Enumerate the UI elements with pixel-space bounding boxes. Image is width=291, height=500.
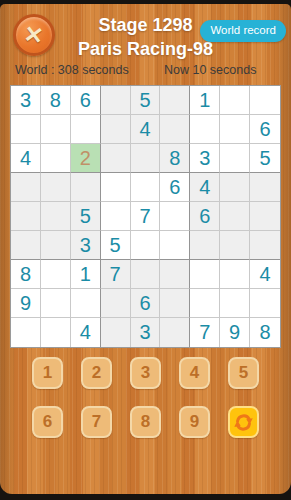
sudoku-cell-r2c2[interactable] bbox=[41, 115, 71, 144]
sudoku-cell-r3c7[interactable]: 3 bbox=[190, 144, 220, 173]
sudoku-board: 386514642835645763581749643798 bbox=[10, 85, 281, 348]
keypad-button-2[interactable]: 2 bbox=[81, 357, 112, 389]
sudoku-cell-r2c7[interactable] bbox=[190, 115, 220, 144]
sudoku-cell-r5c5[interactable]: 7 bbox=[131, 202, 161, 231]
sudoku-cell-r1c3[interactable]: 6 bbox=[71, 86, 101, 115]
sudoku-cell-r9c2[interactable] bbox=[41, 318, 71, 347]
sudoku-cell-r6c9[interactable] bbox=[250, 231, 280, 260]
refresh-button[interactable] bbox=[228, 406, 259, 438]
sudoku-cell-r6c1[interactable] bbox=[11, 231, 41, 260]
sudoku-cell-r8c9[interactable] bbox=[250, 289, 280, 318]
sudoku-cell-r8c2[interactable] bbox=[41, 289, 71, 318]
refresh-icon bbox=[233, 412, 254, 433]
sudoku-cell-r4c2[interactable] bbox=[41, 173, 71, 202]
sudoku-cell-r2c5[interactable]: 4 bbox=[131, 115, 161, 144]
sudoku-cell-r4c5[interactable] bbox=[131, 173, 161, 202]
sudoku-cell-r6c6[interactable] bbox=[160, 231, 190, 260]
sudoku-cell-r4c7[interactable]: 4 bbox=[190, 173, 220, 202]
sudoku-cell-r3c1[interactable]: 4 bbox=[11, 144, 41, 173]
world-time-label: World : 308 seconds bbox=[15, 63, 129, 77]
sudoku-cell-r2c6[interactable] bbox=[160, 115, 190, 144]
sudoku-cell-r2c1[interactable] bbox=[11, 115, 41, 144]
sudoku-cell-r4c9[interactable] bbox=[250, 173, 280, 202]
sudoku-cell-r8c3[interactable] bbox=[71, 289, 101, 318]
stats-bar: World : 308 seconds Now 10 seconds bbox=[0, 63, 291, 79]
sudoku-cell-r7c5[interactable] bbox=[131, 260, 161, 289]
sudoku-cell-r6c4[interactable]: 5 bbox=[101, 231, 131, 260]
sudoku-cell-r4c8[interactable] bbox=[220, 173, 250, 202]
sudoku-cell-r7c1[interactable]: 8 bbox=[11, 260, 41, 289]
sudoku-cell-r9c5[interactable]: 3 bbox=[131, 318, 161, 347]
sudoku-cell-r3c3[interactable]: 2 bbox=[71, 144, 101, 173]
sudoku-cell-r5c6[interactable] bbox=[160, 202, 190, 231]
sudoku-cell-r9c7[interactable]: 7 bbox=[190, 318, 220, 347]
sudoku-cell-r5c8[interactable] bbox=[220, 202, 250, 231]
sudoku-cell-r1c9[interactable] bbox=[250, 86, 280, 115]
sudoku-cell-r7c8[interactable] bbox=[220, 260, 250, 289]
sudoku-cell-r6c3[interactable]: 3 bbox=[71, 231, 101, 260]
keypad-button-9[interactable]: 9 bbox=[179, 406, 210, 438]
keypad-button-3[interactable]: 3 bbox=[130, 357, 161, 389]
sudoku-cell-r7c4[interactable]: 7 bbox=[101, 260, 131, 289]
keypad-button-5[interactable]: 5 bbox=[228, 357, 259, 389]
world-record-badge: World record bbox=[200, 20, 286, 42]
sudoku-cell-r9c9[interactable]: 8 bbox=[250, 318, 280, 347]
keypad-button-4[interactable]: 4 bbox=[179, 357, 210, 389]
sudoku-cell-r5c1[interactable] bbox=[11, 202, 41, 231]
sudoku-cell-r1c6[interactable] bbox=[160, 86, 190, 115]
sudoku-cell-r9c6[interactable] bbox=[160, 318, 190, 347]
keypad-button-6[interactable]: 6 bbox=[32, 406, 63, 438]
sudoku-cell-r4c6[interactable]: 6 bbox=[160, 173, 190, 202]
sudoku-cell-r9c3[interactable]: 4 bbox=[71, 318, 101, 347]
sudoku-cell-r5c7[interactable]: 6 bbox=[190, 202, 220, 231]
sudoku-cell-r3c6[interactable]: 8 bbox=[160, 144, 190, 173]
sudoku-cell-r2c3[interactable] bbox=[71, 115, 101, 144]
sudoku-cell-r9c4[interactable] bbox=[101, 318, 131, 347]
sudoku-cell-r8c1[interactable]: 9 bbox=[11, 289, 41, 318]
sudoku-cell-r7c6[interactable] bbox=[160, 260, 190, 289]
sudoku-cell-r3c9[interactable]: 5 bbox=[250, 144, 280, 173]
stage-subtitle: Paris Racing-98 bbox=[0, 39, 291, 60]
sudoku-cell-r3c2[interactable] bbox=[41, 144, 71, 173]
sudoku-cell-r5c3[interactable]: 5 bbox=[71, 202, 101, 231]
sudoku-cell-r1c5[interactable]: 5 bbox=[131, 86, 161, 115]
sudoku-cell-r8c5[interactable]: 6 bbox=[131, 289, 161, 318]
sudoku-cell-r6c7[interactable] bbox=[190, 231, 220, 260]
sudoku-cell-r8c8[interactable] bbox=[220, 289, 250, 318]
sudoku-cell-r2c8[interactable] bbox=[220, 115, 250, 144]
keypad-button-1[interactable]: 1 bbox=[32, 357, 63, 389]
sudoku-cell-r5c2[interactable] bbox=[41, 202, 71, 231]
sudoku-cell-r5c4[interactable] bbox=[101, 202, 131, 231]
sudoku-cell-r6c2[interactable] bbox=[41, 231, 71, 260]
keypad-button-8[interactable]: 8 bbox=[130, 406, 161, 438]
sudoku-cell-r1c8[interactable] bbox=[220, 86, 250, 115]
sudoku-cell-r3c5[interactable] bbox=[131, 144, 161, 173]
sudoku-cell-r1c1[interactable]: 3 bbox=[11, 86, 41, 115]
sudoku-cell-r1c2[interactable]: 8 bbox=[41, 86, 71, 115]
sudoku-cell-r4c1[interactable] bbox=[11, 173, 41, 202]
sudoku-cell-r7c7[interactable] bbox=[190, 260, 220, 289]
sudoku-cell-r5c9[interactable] bbox=[250, 202, 280, 231]
sudoku-cell-r2c9[interactable]: 6 bbox=[250, 115, 280, 144]
keypad-row-1: 12345 bbox=[0, 357, 291, 389]
sudoku-cell-r7c2[interactable] bbox=[41, 260, 71, 289]
sudoku-cell-r1c7[interactable]: 1 bbox=[190, 86, 220, 115]
keypad-button-7[interactable]: 7 bbox=[81, 406, 112, 438]
sudoku-cell-r8c6[interactable] bbox=[160, 289, 190, 318]
sudoku-cell-r6c5[interactable] bbox=[131, 231, 161, 260]
sudoku-cell-r6c8[interactable] bbox=[220, 231, 250, 260]
sudoku-cell-r8c4[interactable] bbox=[101, 289, 131, 318]
sudoku-cell-r9c1[interactable] bbox=[11, 318, 41, 347]
sudoku-cell-r2c4[interactable] bbox=[101, 115, 131, 144]
sudoku-cell-r3c4[interactable] bbox=[101, 144, 131, 173]
keypad-row-2: 6789 bbox=[0, 406, 291, 438]
sudoku-cell-r4c3[interactable] bbox=[71, 173, 101, 202]
sudoku-cell-r9c8[interactable]: 9 bbox=[220, 318, 250, 347]
sudoku-cell-r1c4[interactable] bbox=[101, 86, 131, 115]
sudoku-cell-r7c3[interactable]: 1 bbox=[71, 260, 101, 289]
sudoku-cell-r3c8[interactable] bbox=[220, 144, 250, 173]
current-time-label: Now 10 seconds bbox=[164, 63, 256, 77]
sudoku-cell-r4c4[interactable] bbox=[101, 173, 131, 202]
sudoku-cell-r7c9[interactable]: 4 bbox=[250, 260, 280, 289]
sudoku-cell-r8c7[interactable] bbox=[190, 289, 220, 318]
